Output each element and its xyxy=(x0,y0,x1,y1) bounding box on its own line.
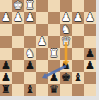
square-b2[interactable] xyxy=(12,72,24,84)
square-d2[interactable] xyxy=(36,72,48,84)
black-pawn[interactable]: ♟ xyxy=(84,60,96,72)
square-h7[interactable]: ♟ xyxy=(84,12,96,24)
square-a7[interactable]: ♟ xyxy=(0,12,12,24)
square-e8[interactable] xyxy=(48,0,60,12)
white-pawn[interactable]: ♟ xyxy=(84,12,96,24)
white-pawn[interactable]: ♟ xyxy=(72,12,84,24)
square-g5[interactable] xyxy=(72,36,84,48)
square-b7[interactable]: ♟ xyxy=(12,12,24,24)
square-e4[interactable]: ♜ xyxy=(48,48,60,60)
square-d8[interactable] xyxy=(36,0,48,12)
square-a6[interactable] xyxy=(0,24,12,36)
chess-board[interactable]: ♚♜♟♟♟♟♟♟♞♟♛♞♜♟♟♟♞♟♟♟♚♝♜♝♛ xyxy=(0,0,96,96)
square-d3[interactable] xyxy=(36,60,48,72)
square-e6[interactable] xyxy=(48,24,60,36)
square-g1[interactable] xyxy=(72,84,84,96)
square-b1[interactable] xyxy=(12,84,24,96)
square-g4[interactable] xyxy=(72,48,84,60)
square-c6[interactable] xyxy=(24,24,36,36)
black-bishop[interactable]: ♝ xyxy=(24,84,36,96)
square-b4[interactable] xyxy=(12,48,24,60)
square-d7[interactable] xyxy=(36,12,48,24)
square-c1[interactable]: ♝ xyxy=(24,84,36,96)
square-h6[interactable] xyxy=(84,24,96,36)
square-e7[interactable] xyxy=(48,12,60,24)
square-f5[interactable]: ♛ xyxy=(60,36,72,48)
square-h2[interactable] xyxy=(84,72,96,84)
square-b5[interactable] xyxy=(12,36,24,48)
square-d4[interactable] xyxy=(36,48,48,60)
square-a5[interactable] xyxy=(0,36,12,48)
black-pawn[interactable]: ♟ xyxy=(24,60,36,72)
square-h1[interactable] xyxy=(84,84,96,96)
black-king[interactable]: ♚ xyxy=(60,72,72,84)
square-g7[interactable]: ♟ xyxy=(72,12,84,24)
square-b3[interactable] xyxy=(12,60,24,72)
white-rook[interactable]: ♜ xyxy=(48,48,60,60)
square-d5[interactable]: ♟ xyxy=(36,36,48,48)
square-d1[interactable] xyxy=(36,84,48,96)
square-h3[interactable]: ♟ xyxy=(84,60,96,72)
square-g6[interactable] xyxy=(72,24,84,36)
black-rook[interactable]: ♜ xyxy=(0,84,12,96)
black-queen[interactable]: ♛ xyxy=(48,84,60,96)
black-bishop[interactable]: ♝ xyxy=(72,72,84,84)
square-b6[interactable] xyxy=(12,24,24,36)
square-c7[interactable]: ♟ xyxy=(24,12,36,24)
square-e1[interactable]: ♛ xyxy=(48,84,60,96)
square-c3[interactable]: ♟ xyxy=(24,60,36,72)
white-pawn[interactable]: ♟ xyxy=(12,12,24,24)
white-pawn[interactable]: ♟ xyxy=(36,36,48,48)
page: { "game": "chess", "position": { "fen": … xyxy=(0,0,99,100)
white-queen[interactable]: ♛ xyxy=(60,36,72,48)
white-pawn[interactable]: ♟ xyxy=(0,12,12,24)
white-pawn[interactable]: ♟ xyxy=(24,12,36,24)
square-f2[interactable]: ♚ xyxy=(60,72,72,84)
square-f1[interactable] xyxy=(60,84,72,96)
square-g2[interactable]: ♝ xyxy=(72,72,84,84)
square-a1[interactable]: ♜ xyxy=(0,84,12,96)
